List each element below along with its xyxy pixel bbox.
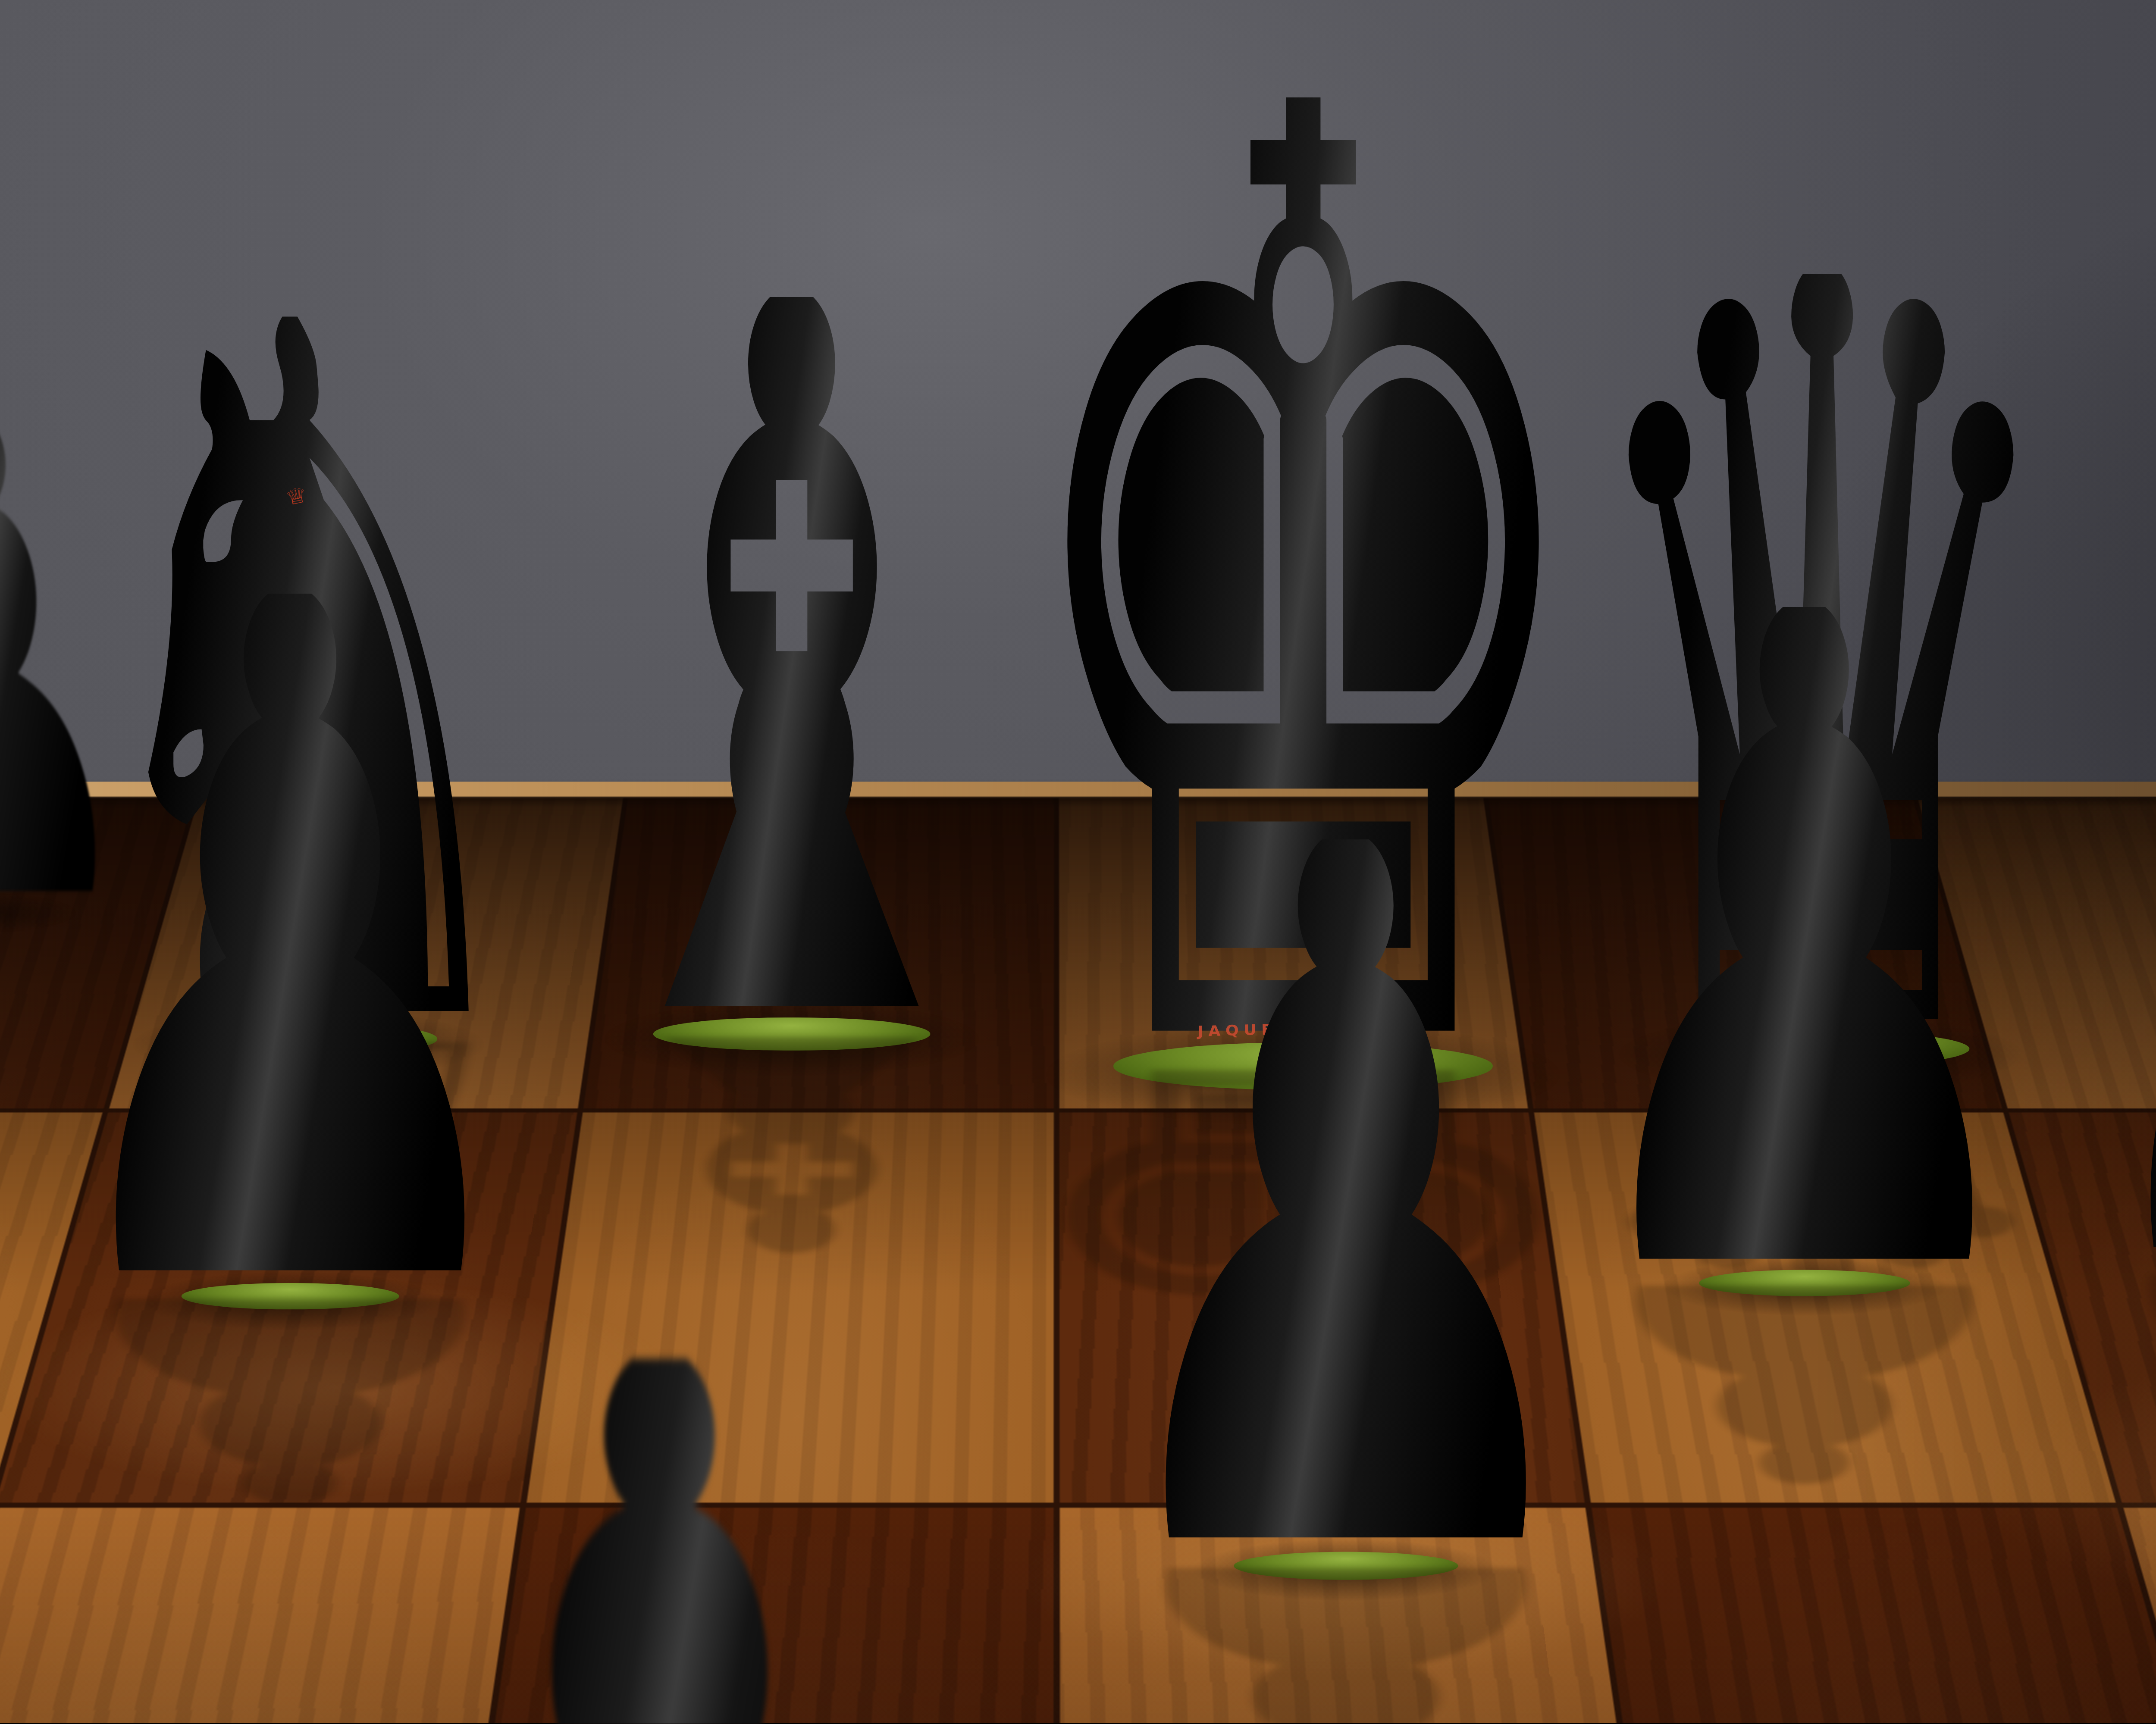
pawn-glyph: ♟ (2066, 586, 2156, 1273)
chess-set-photo: ♟♞♞♕♝♝♚♚JAQUES LONDON♛♛♝♝♟♟♟♟♟♟♟♟♟♟ (0, 0, 2156, 1724)
pawn-glyph: ♟ (1076, 839, 1615, 1567)
bishop-glyph: ♝ (549, 297, 1034, 1036)
pawn-glyph: ♟ (348, 1359, 972, 1724)
pawn-glyph: ♟ (1553, 607, 2056, 1285)
square-f6 (1591, 1508, 2156, 1724)
